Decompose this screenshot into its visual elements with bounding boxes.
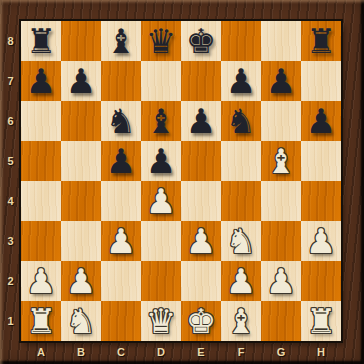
file-label-g: G [261,342,301,362]
file-label-h: H [301,342,341,362]
piece-black-knight: ♞ [106,101,136,141]
square-c8[interactable]: ♝ [101,21,141,61]
square-a4[interactable] [21,181,61,221]
square-d8[interactable]: ♛ [141,21,181,61]
piece-white-queen: ♛ [146,301,176,341]
piece-white-pawn: ♟ [66,261,96,301]
piece-black-bishop: ♝ [146,101,176,141]
square-f2[interactable]: ♟ [221,261,261,301]
piece-black-pawn: ♟ [266,61,296,101]
piece-black-rook: ♜ [26,21,56,61]
chess-board-frame: ♜♝♛♚♜♟♟♟♟♞♝♟♞♟♟♟♝♟♟♟♞♟♟♟♟♟♜♞♛♚♝♜ 8765432… [0,0,364,364]
square-b8[interactable] [61,21,101,61]
square-e1[interactable]: ♚ [181,301,221,341]
square-d6[interactable]: ♝ [141,101,181,141]
piece-black-pawn: ♟ [106,141,136,181]
square-a7[interactable]: ♟ [21,61,61,101]
square-g6[interactable] [261,101,301,141]
rank-label-4: 4 [1,181,20,221]
square-b2[interactable]: ♟ [61,261,101,301]
square-a5[interactable] [21,141,61,181]
square-c7[interactable] [101,61,141,101]
piece-white-king: ♚ [186,301,216,341]
square-c1[interactable] [101,301,141,341]
square-d7[interactable] [141,61,181,101]
piece-black-pawn: ♟ [186,101,216,141]
file-label-f: F [221,342,261,362]
square-f4[interactable] [221,181,261,221]
piece-white-pawn: ♟ [306,221,336,261]
square-h1[interactable]: ♜ [301,301,341,341]
square-a3[interactable] [21,221,61,261]
square-g1[interactable] [261,301,301,341]
square-h2[interactable] [301,261,341,301]
square-a1[interactable]: ♜ [21,301,61,341]
square-b4[interactable] [61,181,101,221]
square-d2[interactable] [141,261,181,301]
piece-white-knight: ♞ [66,301,96,341]
piece-white-pawn: ♟ [266,261,296,301]
square-c3[interactable]: ♟ [101,221,141,261]
rank-label-2: 2 [1,261,20,301]
piece-white-pawn: ♟ [106,221,136,261]
file-label-c: C [101,342,141,362]
piece-black-rook: ♜ [306,21,336,61]
square-h5[interactable] [301,141,341,181]
rank-label-7: 7 [1,61,20,101]
square-h6[interactable]: ♟ [301,101,341,141]
square-h3[interactable]: ♟ [301,221,341,261]
square-b5[interactable] [61,141,101,181]
rank-label-1: 1 [1,301,20,341]
square-g2[interactable]: ♟ [261,261,301,301]
square-g3[interactable] [261,221,301,261]
piece-white-bishop: ♝ [226,301,256,341]
square-d3[interactable] [141,221,181,261]
rank-label-6: 6 [1,101,20,141]
square-d4[interactable]: ♟ [141,181,181,221]
square-h4[interactable] [301,181,341,221]
piece-black-knight: ♞ [226,101,256,141]
rank-label-3: 3 [1,221,20,261]
square-a6[interactable] [21,101,61,141]
piece-black-pawn: ♟ [26,61,56,101]
square-c4[interactable] [101,181,141,221]
square-b7[interactable]: ♟ [61,61,101,101]
square-c6[interactable]: ♞ [101,101,141,141]
piece-black-king: ♚ [186,21,216,61]
square-e5[interactable] [181,141,221,181]
piece-white-pawn: ♟ [186,221,216,261]
square-b1[interactable]: ♞ [61,301,101,341]
rank-label-5: 5 [1,141,20,181]
square-g5[interactable]: ♝ [261,141,301,181]
square-b3[interactable] [61,221,101,261]
file-label-d: D [141,342,181,362]
square-h7[interactable] [301,61,341,101]
square-h8[interactable]: ♜ [301,21,341,61]
square-d1[interactable]: ♛ [141,301,181,341]
square-f8[interactable] [221,21,261,61]
square-g7[interactable]: ♟ [261,61,301,101]
square-a8[interactable]: ♜ [21,21,61,61]
piece-black-pawn: ♟ [226,61,256,101]
square-f3[interactable]: ♞ [221,221,261,261]
square-f1[interactable]: ♝ [221,301,261,341]
piece-black-queen: ♛ [146,21,176,61]
piece-white-bishop: ♝ [266,141,296,181]
square-e4[interactable] [181,181,221,221]
square-e7[interactable] [181,61,221,101]
rank-label-8: 8 [1,21,20,61]
square-d5[interactable]: ♟ [141,141,181,181]
square-e3[interactable]: ♟ [181,221,221,261]
square-e8[interactable]: ♚ [181,21,221,61]
square-c5[interactable]: ♟ [101,141,141,181]
square-c2[interactable] [101,261,141,301]
square-g8[interactable] [261,21,301,61]
square-b6[interactable] [61,101,101,141]
piece-black-pawn: ♟ [146,141,176,181]
square-f6[interactable]: ♞ [221,101,261,141]
square-e6[interactable]: ♟ [181,101,221,141]
piece-black-pawn: ♟ [66,61,96,101]
square-f7[interactable]: ♟ [221,61,261,101]
file-label-a: A [21,342,61,362]
piece-white-rook: ♜ [306,301,336,341]
piece-white-pawn: ♟ [226,261,256,301]
piece-white-pawn: ♟ [146,181,176,221]
square-e2[interactable] [181,261,221,301]
file-label-e: E [181,342,221,362]
piece-black-bishop: ♝ [106,21,136,61]
square-g4[interactable] [261,181,301,221]
square-f5[interactable] [221,141,261,181]
file-label-b: B [61,342,101,362]
piece-white-rook: ♜ [26,301,56,341]
chess-board: ♜♝♛♚♜♟♟♟♟♞♝♟♞♟♟♟♝♟♟♟♞♟♟♟♟♟♜♞♛♚♝♜ [21,21,341,341]
piece-white-knight: ♞ [226,221,256,261]
piece-white-pawn: ♟ [26,261,56,301]
piece-black-pawn: ♟ [306,101,336,141]
square-a2[interactable]: ♟ [21,261,61,301]
